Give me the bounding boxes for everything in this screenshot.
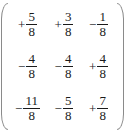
sign: + — [55, 18, 62, 31]
matrix-cell-r2c1: − 4 8 — [18, 52, 37, 81]
right-parenthesis — [117, 3, 124, 130]
denominator: 8 — [26, 109, 37, 123]
left-parenthesis — [1, 3, 8, 130]
sign: + — [89, 102, 96, 115]
sign: − — [55, 60, 62, 73]
matrix-cell-r3c2: − 5 8 — [55, 94, 74, 123]
fraction: 4 8 — [97, 52, 108, 81]
fraction: 5 8 — [26, 10, 37, 39]
matrix-cell-r2c2: − 4 8 — [55, 52, 74, 81]
denominator: 8 — [63, 67, 74, 81]
sign: − — [55, 102, 62, 115]
denominator: 8 — [26, 67, 37, 81]
sign: − — [15, 102, 22, 115]
numerator: 11 — [23, 94, 40, 109]
matrix-cell-r1c2: + 3 8 — [55, 10, 74, 39]
fraction: 1 8 — [97, 10, 108, 39]
matrix-cell-r2c3: + 4 8 — [89, 52, 108, 81]
fraction: 4 8 — [26, 52, 37, 81]
denominator: 8 — [97, 109, 108, 123]
numerator: 5 — [63, 94, 74, 109]
numerator: 5 — [26, 10, 37, 25]
matrix-cell-r3c1: − 11 8 — [15, 94, 40, 123]
fraction: 5 8 — [63, 94, 74, 123]
fraction: 7 8 — [97, 94, 108, 123]
numerator: 3 — [63, 10, 74, 25]
sign: + — [89, 60, 96, 73]
sign: + — [18, 18, 25, 31]
denominator: 8 — [97, 25, 108, 39]
denominator: 8 — [26, 25, 37, 39]
fraction: 4 8 — [63, 52, 74, 81]
denominator: 8 — [63, 109, 74, 123]
matrix-figure: + 5 8 + 3 8 − 1 8 − 4 8 — [0, 0, 124, 133]
sign: − — [18, 60, 25, 73]
numerator: 4 — [97, 52, 108, 67]
numerator: 4 — [63, 52, 74, 67]
matrix-cell-r3c3: + 7 8 — [89, 94, 108, 123]
denominator: 8 — [97, 67, 108, 81]
matrix-cell-r1c1: + 5 8 — [18, 10, 37, 39]
numerator: 7 — [97, 94, 108, 109]
denominator: 8 — [63, 25, 74, 39]
matrix-grid: + 5 8 + 3 8 − 1 8 − 4 8 — [9, 4, 116, 130]
fraction: 3 8 — [63, 10, 74, 39]
numerator: 1 — [97, 10, 108, 25]
sign: − — [89, 18, 96, 31]
fraction: 11 8 — [23, 94, 40, 123]
numerator: 4 — [26, 52, 37, 67]
matrix-cell-r1c3: − 1 8 — [89, 10, 108, 39]
